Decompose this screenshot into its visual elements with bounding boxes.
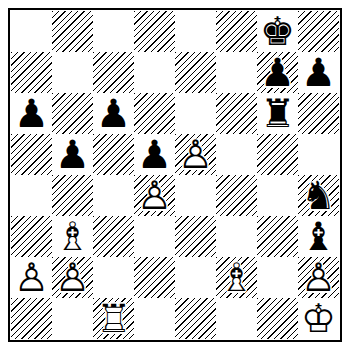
piece-white-pawn[interactable]: ♟♙ bbox=[52, 257, 93, 298]
piece-white-pawn[interactable]: ♟♙ bbox=[11, 257, 52, 298]
piece-white-pawn[interactable]: ♟♙ bbox=[298, 257, 339, 298]
square-h5[interactable] bbox=[298, 134, 339, 175]
square-d4[interactable]: ♟♙ bbox=[134, 175, 175, 216]
piece-white-bishop[interactable]: ♝♗ bbox=[216, 257, 257, 298]
square-a3[interactable] bbox=[11, 216, 52, 257]
white-pawn-icon: ♙ bbox=[134, 175, 175, 216]
square-e2[interactable] bbox=[175, 257, 216, 298]
black-knight-icon: ♞ bbox=[298, 175, 339, 216]
black-pawn-icon: ♟ bbox=[52, 134, 93, 175]
square-b3[interactable]: ♝♗ bbox=[52, 216, 93, 257]
square-b5[interactable]: ♟ bbox=[52, 134, 93, 175]
square-f8[interactable] bbox=[216, 11, 257, 52]
square-f7[interactable] bbox=[216, 52, 257, 93]
piece-black-rook[interactable]: ♜ bbox=[257, 93, 298, 134]
piece-black-pawn[interactable]: ♟ bbox=[134, 134, 175, 175]
square-f5[interactable] bbox=[216, 134, 257, 175]
square-a7[interactable] bbox=[11, 52, 52, 93]
piece-black-pawn[interactable]: ♟ bbox=[93, 93, 134, 134]
square-f2[interactable]: ♝♗ bbox=[216, 257, 257, 298]
white-pawn-icon: ♙ bbox=[11, 257, 52, 298]
square-b2[interactable]: ♟♙ bbox=[52, 257, 93, 298]
white-pawn-icon: ♙ bbox=[298, 257, 339, 298]
square-f6[interactable] bbox=[216, 93, 257, 134]
square-b4[interactable] bbox=[52, 175, 93, 216]
square-d1[interactable] bbox=[134, 298, 175, 339]
square-d7[interactable] bbox=[134, 52, 175, 93]
piece-white-bishop[interactable]: ♝♗ bbox=[52, 216, 93, 257]
square-e5[interactable]: ♟♙ bbox=[175, 134, 216, 175]
square-e7[interactable] bbox=[175, 52, 216, 93]
square-g1[interactable] bbox=[257, 298, 298, 339]
square-f3[interactable] bbox=[216, 216, 257, 257]
white-rook-icon: ♖ bbox=[93, 298, 134, 339]
square-g7[interactable]: ♟ bbox=[257, 52, 298, 93]
square-h2[interactable]: ♟♙ bbox=[298, 257, 339, 298]
square-d6[interactable] bbox=[134, 93, 175, 134]
square-e1[interactable] bbox=[175, 298, 216, 339]
black-rook-icon: ♜ bbox=[257, 93, 298, 134]
square-c8[interactable] bbox=[93, 11, 134, 52]
black-pawn-icon: ♟ bbox=[11, 93, 52, 134]
square-g3[interactable] bbox=[257, 216, 298, 257]
square-d2[interactable] bbox=[134, 257, 175, 298]
square-a5[interactable] bbox=[11, 134, 52, 175]
square-h3[interactable]: ♝ bbox=[298, 216, 339, 257]
square-c4[interactable] bbox=[93, 175, 134, 216]
piece-white-rook[interactable]: ♜♖ bbox=[93, 298, 134, 339]
piece-black-knight[interactable]: ♞ bbox=[298, 175, 339, 216]
white-bishop-icon: ♗ bbox=[216, 257, 257, 298]
square-g4[interactable] bbox=[257, 175, 298, 216]
white-bishop-icon: ♗ bbox=[52, 216, 93, 257]
white-king-icon: ♔ bbox=[298, 298, 339, 339]
square-c7[interactable] bbox=[93, 52, 134, 93]
piece-black-pawn[interactable]: ♟ bbox=[11, 93, 52, 134]
square-d3[interactable] bbox=[134, 216, 175, 257]
square-a1[interactable] bbox=[11, 298, 52, 339]
square-h7[interactable]: ♟ bbox=[298, 52, 339, 93]
square-a6[interactable]: ♟ bbox=[11, 93, 52, 134]
square-d5[interactable]: ♟ bbox=[134, 134, 175, 175]
black-pawn-icon: ♟ bbox=[93, 93, 134, 134]
chess-diagram: ♚♟♟♟♟♜♟♟♟♙♟♙♞♝♗♝♟♙♟♙♝♗♟♙♜♖♚♔ bbox=[0, 0, 350, 350]
black-pawn-icon: ♟ bbox=[134, 134, 175, 175]
square-c1[interactable]: ♜♖ bbox=[93, 298, 134, 339]
square-e4[interactable] bbox=[175, 175, 216, 216]
square-a4[interactable] bbox=[11, 175, 52, 216]
square-b8[interactable] bbox=[52, 11, 93, 52]
square-h8[interactable] bbox=[298, 11, 339, 52]
square-g6[interactable]: ♜ bbox=[257, 93, 298, 134]
square-d8[interactable] bbox=[134, 11, 175, 52]
black-pawn-icon: ♟ bbox=[298, 52, 339, 93]
piece-white-pawn[interactable]: ♟♙ bbox=[175, 134, 216, 175]
square-f1[interactable] bbox=[216, 298, 257, 339]
piece-black-bishop[interactable]: ♝ bbox=[298, 216, 339, 257]
square-f4[interactable] bbox=[216, 175, 257, 216]
piece-white-king[interactable]: ♚♔ bbox=[298, 298, 339, 339]
square-g2[interactable] bbox=[257, 257, 298, 298]
board-frame: ♚♟♟♟♟♜♟♟♟♙♟♙♞♝♗♝♟♙♟♙♝♗♟♙♜♖♚♔ bbox=[8, 8, 342, 342]
black-bishop-icon: ♝ bbox=[298, 216, 339, 257]
white-pawn-icon: ♙ bbox=[175, 134, 216, 175]
square-a8[interactable] bbox=[11, 11, 52, 52]
black-pawn-icon: ♟ bbox=[257, 52, 298, 93]
square-a2[interactable]: ♟♙ bbox=[11, 257, 52, 298]
square-h4[interactable]: ♞ bbox=[298, 175, 339, 216]
square-c5[interactable] bbox=[93, 134, 134, 175]
piece-black-king[interactable]: ♚ bbox=[257, 11, 298, 52]
piece-black-pawn[interactable]: ♟ bbox=[298, 52, 339, 93]
square-c2[interactable] bbox=[93, 257, 134, 298]
square-b1[interactable] bbox=[52, 298, 93, 339]
square-e6[interactable] bbox=[175, 93, 216, 134]
black-king-icon: ♚ bbox=[257, 11, 298, 52]
square-g5[interactable] bbox=[257, 134, 298, 175]
square-e3[interactable] bbox=[175, 216, 216, 257]
piece-black-pawn[interactable]: ♟ bbox=[257, 52, 298, 93]
chess-board: ♚♟♟♟♟♜♟♟♟♙♟♙♞♝♗♝♟♙♟♙♝♗♟♙♜♖♚♔ bbox=[11, 11, 339, 339]
piece-black-pawn[interactable]: ♟ bbox=[52, 134, 93, 175]
square-c6[interactable]: ♟ bbox=[93, 93, 134, 134]
square-b7[interactable] bbox=[52, 52, 93, 93]
square-e8[interactable] bbox=[175, 11, 216, 52]
square-b6[interactable] bbox=[52, 93, 93, 134]
square-h1[interactable]: ♚♔ bbox=[298, 298, 339, 339]
square-h6[interactable] bbox=[298, 93, 339, 134]
square-c3[interactable] bbox=[93, 216, 134, 257]
square-g8[interactable]: ♚ bbox=[257, 11, 298, 52]
piece-white-pawn[interactable]: ♟♙ bbox=[134, 175, 175, 216]
white-pawn-icon: ♙ bbox=[52, 257, 93, 298]
